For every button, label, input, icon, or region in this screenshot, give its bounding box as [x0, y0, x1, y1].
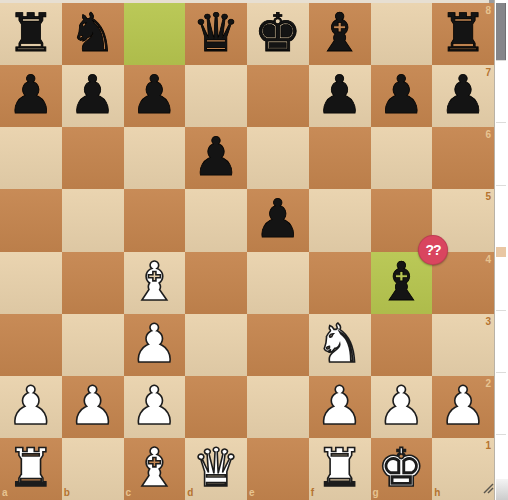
- piece-black-bishop[interactable]: ♝: [316, 2, 364, 64]
- row-separator: [496, 434, 506, 435]
- square-h8[interactable]: ♜8: [432, 3, 494, 65]
- square-c5[interactable]: [124, 189, 186, 251]
- piece-black-bishop[interactable]: ♝: [378, 251, 426, 313]
- square-f1[interactable]: ♜f: [309, 438, 371, 500]
- square-g8[interactable]: [371, 3, 433, 65]
- square-f7[interactable]: ♟: [309, 65, 371, 127]
- square-f5[interactable]: [309, 189, 371, 251]
- piece-white-queen[interactable]: ♛: [192, 437, 240, 499]
- file-label-e: e: [249, 488, 255, 498]
- piece-white-bishop[interactable]: ♝: [131, 251, 179, 313]
- square-b2[interactable]: ♟: [62, 376, 124, 438]
- square-d1[interactable]: ♛d: [185, 438, 247, 500]
- square-c6[interactable]: [124, 127, 186, 189]
- piece-black-king[interactable]: ♚: [254, 2, 302, 64]
- resize-grip-icon[interactable]: [482, 482, 494, 494]
- square-d3[interactable]: [185, 314, 247, 376]
- piece-black-pawn[interactable]: ♟: [131, 64, 179, 126]
- square-e5[interactable]: ♟: [247, 189, 309, 251]
- piece-white-bishop[interactable]: ♝: [131, 437, 179, 499]
- square-d5[interactable]: [185, 189, 247, 251]
- move-list-panel-edge: [494, 0, 508, 500]
- square-a8[interactable]: ♜: [0, 3, 62, 65]
- square-e1[interactable]: e: [247, 438, 309, 500]
- piece-white-knight[interactable]: ♞: [316, 313, 364, 375]
- file-label-g: g: [373, 488, 379, 498]
- square-h2[interactable]: ♟2: [432, 376, 494, 438]
- square-g2[interactable]: ♟: [371, 376, 433, 438]
- square-e2[interactable]: [247, 376, 309, 438]
- square-f8[interactable]: ♝: [309, 3, 371, 65]
- file-label-h: h: [434, 488, 440, 498]
- piece-white-pawn[interactable]: ♟: [439, 375, 487, 437]
- piece-black-knight[interactable]: ♞: [69, 2, 117, 64]
- piece-white-pawn[interactable]: ♟: [69, 375, 117, 437]
- rank-label-6: 6: [485, 130, 491, 140]
- piece-white-pawn[interactable]: ♟: [131, 375, 179, 437]
- square-d2[interactable]: [185, 376, 247, 438]
- piece-black-pawn[interactable]: ♟: [69, 64, 117, 126]
- blunder-annotation-badge: ??: [418, 235, 448, 265]
- square-e8[interactable]: ♚: [247, 3, 309, 65]
- square-a4[interactable]: [0, 252, 62, 314]
- square-b4[interactable]: [62, 252, 124, 314]
- current-move-highlight: [496, 247, 506, 257]
- square-a3[interactable]: [0, 314, 62, 376]
- piece-black-pawn[interactable]: ♟: [7, 64, 55, 126]
- square-g7[interactable]: ♟: [371, 65, 433, 127]
- square-f2[interactable]: ♟: [309, 376, 371, 438]
- square-g6[interactable]: [371, 127, 433, 189]
- square-h3[interactable]: 3: [432, 314, 494, 376]
- piece-white-pawn[interactable]: ♟: [316, 375, 364, 437]
- piece-black-pawn[interactable]: ♟: [192, 126, 240, 188]
- row-separator: [496, 60, 506, 61]
- piece-white-pawn[interactable]: ♟: [131, 313, 179, 375]
- square-b7[interactable]: ♟: [62, 65, 124, 127]
- square-b5[interactable]: [62, 189, 124, 251]
- row-separator: [496, 372, 506, 373]
- row-separator: [496, 310, 506, 311]
- square-f6[interactable]: [309, 127, 371, 189]
- file-label-c: c: [126, 488, 132, 498]
- square-a7[interactable]: ♟: [0, 65, 62, 127]
- square-g3[interactable]: [371, 314, 433, 376]
- square-b3[interactable]: [62, 314, 124, 376]
- square-a2[interactable]: ♟: [0, 376, 62, 438]
- file-label-b: b: [64, 488, 70, 498]
- square-h7[interactable]: ♟7: [432, 65, 494, 127]
- chess-app-window: ♜♞♛♚♝♜8♟♟♟♟♟♟7♟6♟5♝♝4♟♞3♟♟♟♟♟♟2♜ab♝c♛de♜…: [0, 0, 508, 500]
- file-label-f: f: [311, 488, 314, 498]
- square-e7[interactable]: [247, 65, 309, 127]
- square-d8[interactable]: ♛: [185, 3, 247, 65]
- square-a6[interactable]: [0, 127, 62, 189]
- row-separator: [496, 185, 506, 186]
- square-e3[interactable]: [247, 314, 309, 376]
- piece-white-pawn[interactable]: ♟: [378, 375, 426, 437]
- square-f3[interactable]: ♞: [309, 314, 371, 376]
- square-c3[interactable]: ♟: [124, 314, 186, 376]
- file-label-a: a: [2, 488, 8, 498]
- square-f4[interactable]: [309, 252, 371, 314]
- square-c8[interactable]: [124, 3, 186, 65]
- scrollbar-thumb[interactable]: [496, 3, 506, 60]
- rank-label-8: 8: [485, 6, 491, 16]
- piece-black-pawn[interactable]: ♟: [378, 64, 426, 126]
- piece-white-king[interactable]: ♚: [378, 437, 426, 499]
- square-e4[interactable]: [247, 252, 309, 314]
- square-e6[interactable]: [247, 127, 309, 189]
- square-a5[interactable]: [0, 189, 62, 251]
- square-h6[interactable]: 6: [432, 127, 494, 189]
- rank-label-3: 3: [485, 317, 491, 327]
- square-c2[interactable]: ♟: [124, 376, 186, 438]
- piece-white-rook[interactable]: ♜: [7, 437, 55, 499]
- piece-black-pawn[interactable]: ♟: [316, 64, 364, 126]
- piece-black-pawn[interactable]: ♟: [254, 188, 302, 250]
- square-c1[interactable]: ♝c: [124, 438, 186, 500]
- piece-black-rook[interactable]: ♜: [7, 2, 55, 64]
- square-b8[interactable]: ♞: [62, 3, 124, 65]
- square-d6[interactable]: ♟: [185, 127, 247, 189]
- square-b6[interactable]: [62, 127, 124, 189]
- square-a1[interactable]: ♜a: [0, 438, 62, 500]
- rank-label-5: 5: [485, 192, 491, 202]
- rank-label-2: 2: [485, 379, 491, 389]
- panel-bottom-fade: [496, 479, 508, 500]
- file-label-d: d: [187, 488, 193, 498]
- rank-label-4: 4: [485, 255, 491, 265]
- row-separator: [496, 122, 506, 123]
- square-d7[interactable]: [185, 65, 247, 127]
- piece-black-rook[interactable]: ♜: [439, 2, 487, 64]
- square-g1[interactable]: ♚g: [371, 438, 433, 500]
- rank-label-7: 7: [485, 68, 491, 78]
- square-d4[interactable]: [185, 252, 247, 314]
- square-c4[interactable]: ♝: [124, 252, 186, 314]
- piece-black-pawn[interactable]: ♟: [439, 64, 487, 126]
- piece-white-rook[interactable]: ♜: [316, 437, 364, 499]
- rank-label-1: 1: [485, 441, 491, 451]
- piece-white-pawn[interactable]: ♟: [7, 375, 55, 437]
- square-b1[interactable]: b: [62, 438, 124, 500]
- piece-black-queen[interactable]: ♛: [192, 2, 240, 64]
- square-c7[interactable]: ♟: [124, 65, 186, 127]
